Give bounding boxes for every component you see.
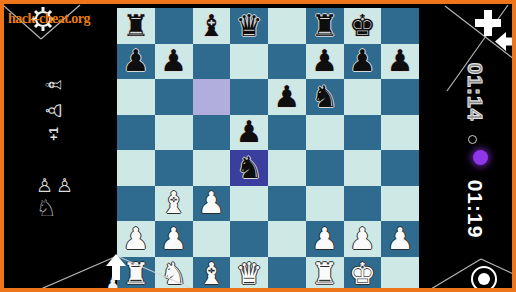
black-king: ♚ — [349, 11, 376, 41]
white-pawn: ♟ — [198, 188, 225, 218]
white-queen: ♛ — [236, 259, 263, 289]
square-f3[interactable] — [306, 186, 344, 222]
square-h5[interactable] — [381, 115, 419, 151]
square-b4[interactable] — [155, 150, 193, 186]
square-f4[interactable] — [306, 150, 344, 186]
square-b3[interactable]: ♝ — [155, 186, 193, 222]
square-h2[interactable]: ♟ — [381, 221, 419, 257]
square-d8[interactable]: ♛ — [230, 8, 268, 44]
black-knight: ♞ — [236, 153, 263, 183]
square-e4[interactable] — [268, 150, 306, 186]
square-g4[interactable] — [344, 150, 382, 186]
chess-board: ♜♝♛♜♚♟♟♟♟♟♟♞♟♞♝♟♟♟♟♟♟♜♞♝♛♜♚ — [117, 8, 419, 292]
square-e6[interactable]: ♟ — [268, 79, 306, 115]
square-f2[interactable]: ♟ — [306, 221, 344, 257]
square-g7[interactable]: ♟ — [344, 44, 382, 80]
square-h7[interactable]: ♟ — [381, 44, 419, 80]
square-d2[interactable] — [230, 221, 268, 257]
square-b5[interactable] — [155, 115, 193, 151]
square-g8[interactable]: ♚ — [344, 8, 382, 44]
square-g3[interactable] — [344, 186, 382, 222]
square-a5[interactable] — [117, 115, 155, 151]
square-f6[interactable]: ♞ — [306, 79, 344, 115]
captured-pieces-top: +1 ♙ ♗ — [36, 63, 72, 153]
black-bishop: ♝ — [198, 11, 225, 41]
square-d5[interactable]: ♟ — [230, 115, 268, 151]
white-knight: ♞ — [160, 259, 187, 289]
square-d7[interactable] — [230, 44, 268, 80]
square-e1[interactable] — [268, 257, 306, 292]
captured-pawn-icon: ♙ — [36, 176, 53, 195]
square-c8[interactable]: ♝ — [193, 8, 231, 44]
square-b1[interactable]: ♞ — [155, 257, 193, 292]
square-f5[interactable] — [306, 115, 344, 151]
square-c1[interactable]: ♝ — [193, 257, 231, 292]
square-f1[interactable]: ♜ — [306, 257, 344, 292]
bottom-player-clock: 01:19 — [462, 164, 488, 254]
square-g2[interactable]: ♟ — [344, 221, 382, 257]
record-dot-icon — [478, 273, 490, 285]
square-e8[interactable] — [268, 8, 306, 44]
square-a2[interactable]: ♟ — [117, 221, 155, 257]
square-e3[interactable] — [268, 186, 306, 222]
square-e7[interactable] — [268, 44, 306, 80]
white-pawn: ♟ — [387, 224, 414, 254]
square-f8[interactable]: ♜ — [306, 8, 344, 44]
white-pawn: ♟ — [122, 224, 149, 254]
black-pawn: ♟ — [349, 46, 376, 76]
white-pawn: ♟ — [349, 224, 376, 254]
white-pawn: ♟ — [311, 224, 338, 254]
black-pawn: ♟ — [122, 46, 149, 76]
active-turn-indicator — [473, 150, 488, 165]
square-a7[interactable]: ♟ — [117, 44, 155, 80]
square-a6[interactable] — [117, 79, 155, 115]
black-queen: ♛ — [236, 11, 263, 41]
captured-bishop-icon: ♗ — [44, 75, 65, 94]
square-d6[interactable] — [230, 79, 268, 115]
square-b6[interactable] — [155, 79, 193, 115]
square-h6[interactable] — [381, 79, 419, 115]
black-pawn: ♟ — [160, 46, 187, 76]
square-g6[interactable] — [344, 79, 382, 115]
square-b7[interactable]: ♟ — [155, 44, 193, 80]
square-h3[interactable] — [381, 186, 419, 222]
black-pawn: ♟ — [311, 46, 338, 76]
material-score: +1 — [47, 127, 61, 141]
captured-knight-icon: ♘ — [36, 197, 76, 220]
black-pawn: ♟ — [236, 117, 263, 147]
square-h4[interactable] — [381, 150, 419, 186]
square-b8[interactable] — [155, 8, 193, 44]
square-h8[interactable] — [381, 8, 419, 44]
square-c5[interactable] — [193, 115, 231, 151]
square-d4[interactable]: ♞ — [230, 150, 268, 186]
square-c3[interactable]: ♟ — [193, 186, 231, 222]
top-player-clock: 01:14 — [462, 47, 488, 137]
captured-pawn-icon: ♙ — [44, 101, 65, 120]
square-a3[interactable] — [117, 186, 155, 222]
square-c7[interactable] — [193, 44, 231, 80]
square-d1[interactable]: ♛ — [230, 257, 268, 292]
black-pawn: ♟ — [273, 82, 300, 112]
chess-app-window: ♜♝♛♜♚♟♟♟♟♟♟♞♟♞♝♟♟♟♟♟♟♜♞♝♛♜♚ hack-cheat.o… — [0, 0, 516, 292]
record-circle-button[interactable] — [471, 266, 497, 292]
white-rook: ♜ — [311, 259, 338, 289]
black-rook: ♜ — [311, 11, 338, 41]
square-f7[interactable]: ♟ — [306, 44, 344, 80]
pawn-icon: ♟ — [106, 276, 119, 291]
white-king: ♚ — [349, 259, 376, 289]
square-g1[interactable]: ♚ — [344, 257, 382, 292]
square-a4[interactable] — [117, 150, 155, 186]
square-c2[interactable] — [193, 221, 231, 257]
square-g5[interactable] — [344, 115, 382, 151]
square-d3[interactable] — [230, 186, 268, 222]
black-pawn: ♟ — [387, 46, 414, 76]
captured-pieces-bottom: ♙ ♙ ♘ — [36, 176, 76, 220]
square-e5[interactable] — [268, 115, 306, 151]
captured-pawn-icon: ♙ — [56, 176, 73, 195]
square-h1[interactable] — [381, 257, 419, 292]
watermark-text: hack-cheat.org — [8, 11, 128, 27]
black-knight: ♞ — [311, 82, 338, 112]
white-pawn: ♟ — [160, 224, 187, 254]
back-arrow-icon[interactable] — [495, 32, 516, 51]
square-c6[interactable] — [193, 79, 231, 115]
square-e2[interactable] — [268, 221, 306, 257]
square-b2[interactable]: ♟ — [155, 221, 193, 257]
white-bishop: ♝ — [198, 259, 225, 289]
white-bishop: ♝ — [160, 188, 187, 218]
top-turn-indicator — [468, 135, 477, 144]
square-c4[interactable] — [193, 150, 231, 186]
